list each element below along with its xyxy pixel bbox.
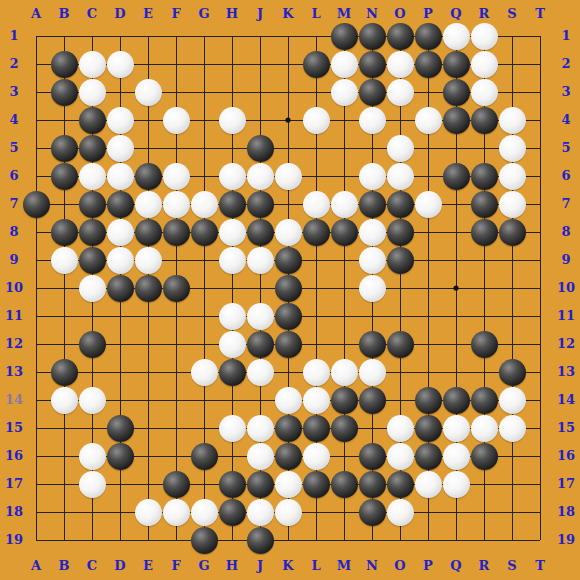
stone-black-G16[interactable] xyxy=(191,443,218,470)
stone-black-G19[interactable] xyxy=(191,527,218,554)
stone-white-O6[interactable] xyxy=(387,163,414,190)
row-label-right-5: 5 xyxy=(553,141,579,155)
stone-black-N1[interactable] xyxy=(359,23,386,50)
stone-black-N2[interactable] xyxy=(359,51,386,78)
stone-white-O15[interactable] xyxy=(387,415,414,442)
row-label-left-17: 17 xyxy=(1,477,27,491)
stone-black-M14[interactable] xyxy=(331,387,358,414)
stone-white-E18[interactable] xyxy=(135,499,162,526)
stone-white-C17[interactable] xyxy=(79,471,106,498)
stone-white-J13[interactable] xyxy=(247,359,274,386)
stone-black-B5[interactable] xyxy=(51,135,78,162)
row-label-right-15: 15 xyxy=(553,421,579,435)
stone-black-D16[interactable] xyxy=(107,443,134,470)
row-label-right-19: 19 xyxy=(553,533,579,547)
stone-white-K18[interactable] xyxy=(275,499,302,526)
row-label-left-1: 1 xyxy=(1,29,27,43)
stone-black-P15[interactable] xyxy=(415,415,442,442)
col-label-top-L: L xyxy=(303,7,329,21)
col-label-bottom-H: H xyxy=(219,559,245,573)
stone-white-B14[interactable] xyxy=(51,387,78,414)
stone-white-D8[interactable] xyxy=(107,219,134,246)
row-label-left-3: 3 xyxy=(1,85,27,99)
stone-white-G13[interactable] xyxy=(191,359,218,386)
col-label-bottom-N: N xyxy=(359,559,385,573)
stone-white-S14[interactable] xyxy=(499,387,526,414)
stone-black-R16[interactable] xyxy=(471,443,498,470)
stone-white-G18[interactable] xyxy=(191,499,218,526)
col-label-bottom-T: T xyxy=(527,559,553,573)
stone-black-R12[interactable] xyxy=(471,331,498,358)
stone-white-B9[interactable] xyxy=(51,247,78,274)
stone-black-D10[interactable] xyxy=(107,275,134,302)
row-label-left-18: 18 xyxy=(1,505,27,519)
star-point-Q10 xyxy=(453,285,458,290)
row-label-left-2: 2 xyxy=(1,57,27,71)
stone-white-R1[interactable] xyxy=(471,23,498,50)
stone-white-L7[interactable] xyxy=(303,191,330,218)
go-board[interactable]: AA11BB22CC33DD44EE55FF66GG77HH88JJ99KK10… xyxy=(0,0,580,580)
star-point-K4 xyxy=(285,117,290,122)
stone-white-S6[interactable] xyxy=(499,163,526,190)
stone-white-C10[interactable] xyxy=(79,275,106,302)
col-label-top-B: B xyxy=(51,7,77,21)
stone-black-J19[interactable] xyxy=(247,527,274,554)
stone-white-K6[interactable] xyxy=(275,163,302,190)
stone-white-M2[interactable] xyxy=(331,51,358,78)
stone-black-N12[interactable] xyxy=(359,331,386,358)
stone-white-P17[interactable] xyxy=(415,471,442,498)
stone-black-H7[interactable] xyxy=(219,191,246,218)
stone-white-O18[interactable] xyxy=(387,499,414,526)
stone-white-J9[interactable] xyxy=(247,247,274,274)
stone-black-J12[interactable] xyxy=(247,331,274,358)
stone-white-D9[interactable] xyxy=(107,247,134,274)
row-label-right-16: 16 xyxy=(553,449,579,463)
stone-white-C14[interactable] xyxy=(79,387,106,414)
stone-white-Q17[interactable] xyxy=(443,471,470,498)
stone-black-M17[interactable] xyxy=(331,471,358,498)
col-label-top-R: R xyxy=(471,7,497,21)
stone-black-R14[interactable] xyxy=(471,387,498,414)
row-label-right-7: 7 xyxy=(553,197,579,211)
row-label-right-10: 10 xyxy=(553,281,579,295)
col-label-top-E: E xyxy=(135,7,161,21)
stone-white-N10[interactable] xyxy=(359,275,386,302)
col-label-top-G: G xyxy=(191,7,217,21)
stone-black-O7[interactable] xyxy=(387,191,414,218)
stone-white-D4[interactable] xyxy=(107,107,134,134)
stone-white-G7[interactable] xyxy=(191,191,218,218)
stone-white-Q1[interactable] xyxy=(443,23,470,50)
row-label-right-13: 13 xyxy=(553,365,579,379)
stone-white-R3[interactable] xyxy=(471,79,498,106)
stone-white-H15[interactable] xyxy=(219,415,246,442)
col-label-bottom-P: P xyxy=(415,559,441,573)
stone-black-Q14[interactable] xyxy=(443,387,470,414)
stone-black-K9[interactable] xyxy=(275,247,302,274)
stone-black-Q4[interactable] xyxy=(443,107,470,134)
row-label-right-11: 11 xyxy=(553,309,579,323)
col-label-top-N: N xyxy=(359,7,385,21)
stone-black-C12[interactable] xyxy=(79,331,106,358)
stone-black-O8[interactable] xyxy=(387,219,414,246)
col-label-top-M: M xyxy=(331,7,357,21)
stone-black-K12[interactable] xyxy=(275,331,302,358)
stone-black-D15[interactable] xyxy=(107,415,134,442)
row-label-right-1: 1 xyxy=(553,29,579,43)
col-label-bottom-G: G xyxy=(191,559,217,573)
stone-black-R6[interactable] xyxy=(471,163,498,190)
stone-white-M13[interactable] xyxy=(331,359,358,386)
stone-white-S7[interactable] xyxy=(499,191,526,218)
stone-black-D7[interactable] xyxy=(107,191,134,218)
stone-black-K15[interactable] xyxy=(275,415,302,442)
stone-black-S8[interactable] xyxy=(499,219,526,246)
stone-black-B6[interactable] xyxy=(51,163,78,190)
stone-white-D2[interactable] xyxy=(107,51,134,78)
stone-white-S15[interactable] xyxy=(499,415,526,442)
row-label-left-19: 19 xyxy=(1,533,27,547)
col-label-bottom-O: O xyxy=(387,559,413,573)
col-label-top-C: C xyxy=(79,7,105,21)
row-label-left-5: 5 xyxy=(1,141,27,155)
row-label-left-11: 11 xyxy=(1,309,27,323)
col-label-bottom-D: D xyxy=(107,559,133,573)
stone-white-J11[interactable] xyxy=(247,303,274,330)
stone-white-Q15[interactable] xyxy=(443,415,470,442)
col-label-bottom-E: E xyxy=(135,559,161,573)
stone-white-J15[interactable] xyxy=(247,415,274,442)
stone-white-O2[interactable] xyxy=(387,51,414,78)
col-label-bottom-C: C xyxy=(79,559,105,573)
stone-black-S13[interactable] xyxy=(499,359,526,386)
stone-black-J7[interactable] xyxy=(247,191,274,218)
row-label-right-2: 2 xyxy=(553,57,579,71)
row-label-right-6: 6 xyxy=(553,169,579,183)
stone-white-P4[interactable] xyxy=(415,107,442,134)
stone-black-H18[interactable] xyxy=(219,499,246,526)
stone-black-B13[interactable] xyxy=(51,359,78,386)
stone-black-L15[interactable] xyxy=(303,415,330,442)
stone-black-M15[interactable] xyxy=(331,415,358,442)
stone-white-C6[interactable] xyxy=(79,163,106,190)
stone-black-R7[interactable] xyxy=(471,191,498,218)
col-label-top-S: S xyxy=(499,7,525,21)
stone-white-O3[interactable] xyxy=(387,79,414,106)
row-label-left-4: 4 xyxy=(1,113,27,127)
row-label-left-12: 12 xyxy=(1,337,27,351)
stone-black-N17[interactable] xyxy=(359,471,386,498)
stone-white-H4[interactable] xyxy=(219,107,246,134)
stone-white-J18[interactable] xyxy=(247,499,274,526)
row-label-right-12: 12 xyxy=(553,337,579,351)
stone-white-K8[interactable] xyxy=(275,219,302,246)
stone-white-R2[interactable] xyxy=(471,51,498,78)
stone-white-D5[interactable] xyxy=(107,135,134,162)
stone-black-C9[interactable] xyxy=(79,247,106,274)
stone-black-E10[interactable] xyxy=(135,275,162,302)
stone-white-H11[interactable] xyxy=(219,303,246,330)
col-label-bottom-L: L xyxy=(303,559,329,573)
stone-white-N13[interactable] xyxy=(359,359,386,386)
stone-black-Q6[interactable] xyxy=(443,163,470,190)
stone-white-M7[interactable] xyxy=(331,191,358,218)
col-label-top-O: O xyxy=(387,7,413,21)
stone-black-H13[interactable] xyxy=(219,359,246,386)
stone-white-L16[interactable] xyxy=(303,443,330,470)
row-label-left-10: 10 xyxy=(1,281,27,295)
stone-black-N14[interactable] xyxy=(359,387,386,414)
row-label-right-4: 4 xyxy=(553,113,579,127)
stone-white-C3[interactable] xyxy=(79,79,106,106)
stone-white-S5[interactable] xyxy=(499,135,526,162)
stone-black-L17[interactable] xyxy=(303,471,330,498)
stone-black-F10[interactable] xyxy=(163,275,190,302)
stone-white-N9[interactable] xyxy=(359,247,386,274)
row-label-left-8: 8 xyxy=(1,225,27,239)
stone-white-N8[interactable] xyxy=(359,219,386,246)
col-label-top-H: H xyxy=(219,7,245,21)
stone-black-O12[interactable] xyxy=(387,331,414,358)
col-label-bottom-R: R xyxy=(471,559,497,573)
stone-white-R15[interactable] xyxy=(471,415,498,442)
stone-black-L8[interactable] xyxy=(303,219,330,246)
stone-white-E7[interactable] xyxy=(135,191,162,218)
stone-white-F6[interactable] xyxy=(163,163,190,190)
stone-black-N3[interactable] xyxy=(359,79,386,106)
stone-white-E3[interactable] xyxy=(135,79,162,106)
stone-white-F18[interactable] xyxy=(163,499,190,526)
stone-white-K17[interactable] xyxy=(275,471,302,498)
stone-black-J5[interactable] xyxy=(247,135,274,162)
stone-black-E8[interactable] xyxy=(135,219,162,246)
stone-black-H17[interactable] xyxy=(219,471,246,498)
stone-white-K14[interactable] xyxy=(275,387,302,414)
stone-white-M3[interactable] xyxy=(331,79,358,106)
stone-black-N18[interactable] xyxy=(359,499,386,526)
col-label-top-J: J xyxy=(247,7,273,21)
stone-white-Q16[interactable] xyxy=(443,443,470,470)
stone-white-S4[interactable] xyxy=(499,107,526,134)
col-label-top-D: D xyxy=(107,7,133,21)
col-label-top-K: K xyxy=(275,7,301,21)
stone-black-M8[interactable] xyxy=(331,219,358,246)
stone-black-P1[interactable] xyxy=(415,23,442,50)
row-label-right-17: 17 xyxy=(553,477,579,491)
stone-white-H12[interactable] xyxy=(219,331,246,358)
row-label-left-13: 13 xyxy=(1,365,27,379)
stone-black-Q2[interactable] xyxy=(443,51,470,78)
stone-white-O5[interactable] xyxy=(387,135,414,162)
stone-black-F8[interactable] xyxy=(163,219,190,246)
col-label-bottom-S: S xyxy=(499,559,525,573)
stone-black-A7[interactable] xyxy=(23,191,50,218)
stone-black-N7[interactable] xyxy=(359,191,386,218)
col-label-bottom-Q: Q xyxy=(443,559,469,573)
stone-white-O16[interactable] xyxy=(387,443,414,470)
row-label-left-16: 16 xyxy=(1,449,27,463)
stone-white-L4[interactable] xyxy=(303,107,330,134)
col-label-bottom-A: A xyxy=(23,559,49,573)
row-label-left-15: 15 xyxy=(1,421,27,435)
stone-black-K10[interactable] xyxy=(275,275,302,302)
col-label-bottom-F: F xyxy=(163,559,189,573)
stone-white-J16[interactable] xyxy=(247,443,274,470)
stone-white-F4[interactable] xyxy=(163,107,190,134)
stone-black-C7[interactable] xyxy=(79,191,106,218)
stone-black-J8[interactable] xyxy=(247,219,274,246)
stone-black-P16[interactable] xyxy=(415,443,442,470)
row-label-right-9: 9 xyxy=(553,253,579,267)
stone-white-H8[interactable] xyxy=(219,219,246,246)
stone-white-H9[interactable] xyxy=(219,247,246,274)
stone-black-P2[interactable] xyxy=(415,51,442,78)
stone-white-D6[interactable] xyxy=(107,163,134,190)
stone-black-J17[interactable] xyxy=(247,471,274,498)
row-label-right-14: 14 xyxy=(553,393,579,407)
col-label-bottom-B: B xyxy=(51,559,77,573)
stone-black-N16[interactable] xyxy=(359,443,386,470)
stone-black-O9[interactable] xyxy=(387,247,414,274)
row-label-right-3: 3 xyxy=(553,85,579,99)
stone-black-O17[interactable] xyxy=(387,471,414,498)
stone-white-N6[interactable] xyxy=(359,163,386,190)
stone-white-F7[interactable] xyxy=(163,191,190,218)
stone-black-G8[interactable] xyxy=(191,219,218,246)
col-label-top-P: P xyxy=(415,7,441,21)
stone-black-K11[interactable] xyxy=(275,303,302,330)
stone-white-P7[interactable] xyxy=(415,191,442,218)
row-label-right-18: 18 xyxy=(553,505,579,519)
stone-white-J6[interactable] xyxy=(247,163,274,190)
stone-white-N4[interactable] xyxy=(359,107,386,134)
stone-black-M1[interactable] xyxy=(331,23,358,50)
row-label-left-9: 9 xyxy=(1,253,27,267)
col-label-bottom-K: K xyxy=(275,559,301,573)
row-label-left-6: 6 xyxy=(1,169,27,183)
stone-black-E6[interactable] xyxy=(135,163,162,190)
stone-black-R8[interactable] xyxy=(471,219,498,246)
stone-black-C8[interactable] xyxy=(79,219,106,246)
col-label-bottom-J: J xyxy=(247,559,273,573)
row-label-right-8: 8 xyxy=(553,225,579,239)
stone-black-C5[interactable] xyxy=(79,135,106,162)
stone-black-K16[interactable] xyxy=(275,443,302,470)
col-label-top-F: F xyxy=(163,7,189,21)
stone-white-E9[interactable] xyxy=(135,247,162,274)
stone-black-O1[interactable] xyxy=(387,23,414,50)
stone-black-B8[interactable] xyxy=(51,219,78,246)
stone-white-C2[interactable] xyxy=(79,51,106,78)
stone-black-B2[interactable] xyxy=(51,51,78,78)
stone-white-H6[interactable] xyxy=(219,163,246,190)
stone-black-F17[interactable] xyxy=(163,471,190,498)
row-label-left-14: 14 xyxy=(1,393,27,407)
col-label-top-Q: Q xyxy=(443,7,469,21)
col-label-bottom-M: M xyxy=(331,559,357,573)
col-label-top-A: A xyxy=(23,7,49,21)
stone-black-P14[interactable] xyxy=(415,387,442,414)
stone-black-B3[interactable] xyxy=(51,79,78,106)
col-label-top-T: T xyxy=(527,7,553,21)
stone-black-C4[interactable] xyxy=(79,107,106,134)
stone-black-R4[interactable] xyxy=(471,107,498,134)
stone-white-C16[interactable] xyxy=(79,443,106,470)
stone-white-L14[interactable] xyxy=(303,387,330,414)
stone-white-L13[interactable] xyxy=(303,359,330,386)
stone-black-Q3[interactable] xyxy=(443,79,470,106)
stone-black-L2[interactable] xyxy=(303,51,330,78)
